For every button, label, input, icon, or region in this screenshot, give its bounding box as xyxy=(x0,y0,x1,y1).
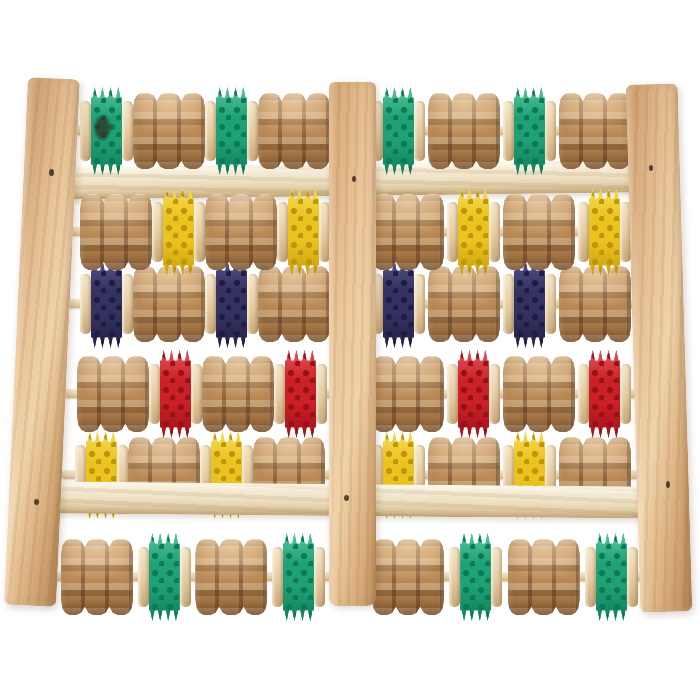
nail-hole xyxy=(352,176,356,182)
washer xyxy=(138,547,149,607)
nail-hole xyxy=(34,499,39,505)
washer xyxy=(627,547,638,607)
washer xyxy=(274,364,285,424)
washer xyxy=(277,202,288,262)
green-spike-band xyxy=(460,532,491,622)
rod-1-left-half xyxy=(80,83,330,179)
wood-roller[interactable] xyxy=(559,93,631,169)
wood-roller[interactable] xyxy=(202,356,274,432)
washer xyxy=(489,364,500,424)
washer xyxy=(447,202,458,262)
washer xyxy=(578,202,589,262)
spiky-roller-green[interactable] xyxy=(449,532,502,622)
washer xyxy=(122,101,133,161)
washer xyxy=(180,547,191,607)
washer xyxy=(545,101,556,161)
rod-6-right-half xyxy=(372,529,638,625)
wood-roller[interactable] xyxy=(258,93,330,169)
spiky-roller-yellow[interactable] xyxy=(578,187,631,277)
washer xyxy=(449,547,460,607)
wood-roller[interactable] xyxy=(372,356,444,432)
nail-hole xyxy=(666,481,670,488)
washer xyxy=(545,274,556,334)
spiky-roller-green[interactable] xyxy=(205,86,258,176)
washer xyxy=(247,274,258,334)
wood-roller[interactable] xyxy=(205,194,277,270)
spiky-roller-green[interactable] xyxy=(138,532,191,622)
rod-4-right-half xyxy=(372,346,631,442)
washer xyxy=(247,101,258,161)
green-spike-band xyxy=(149,532,180,622)
green-spike-band xyxy=(283,532,314,622)
wood-roller[interactable] xyxy=(133,93,205,169)
spiky-roller-green[interactable] xyxy=(503,86,556,176)
center-divider xyxy=(329,82,376,606)
nail-hole xyxy=(649,165,653,171)
green-spike-band xyxy=(514,86,545,176)
foot-massage-roller-abacus xyxy=(0,0,700,700)
washer xyxy=(578,364,589,424)
washer xyxy=(152,202,163,262)
washer xyxy=(205,101,216,161)
washer xyxy=(316,364,327,424)
spiky-roller-red[interactable] xyxy=(578,349,631,439)
red-spike-band xyxy=(160,349,191,439)
rod-1-right-half xyxy=(372,83,631,179)
spiky-roller-yellow[interactable] xyxy=(152,187,205,277)
washer xyxy=(191,364,202,424)
washer xyxy=(80,274,91,334)
wood-roller[interactable] xyxy=(508,539,580,615)
yellow-spike-band xyxy=(288,187,319,277)
wood-roller[interactable] xyxy=(503,356,575,432)
washer xyxy=(272,547,283,607)
washer xyxy=(503,101,514,161)
nail-hole xyxy=(49,169,54,176)
wood-roller[interactable] xyxy=(195,539,267,615)
rod-6-left-half xyxy=(61,529,325,625)
red-spike-band xyxy=(589,349,620,439)
spiky-roller-yellow[interactable] xyxy=(447,187,500,277)
washer xyxy=(585,547,596,607)
left-rail xyxy=(4,77,80,607)
spiky-roller-red[interactable] xyxy=(447,349,500,439)
spiky-roller-yellow[interactable] xyxy=(277,187,330,277)
green-spike-band xyxy=(383,86,414,176)
nail-hole xyxy=(344,495,349,501)
spiky-roller-green[interactable] xyxy=(372,86,425,176)
wood-roller[interactable] xyxy=(428,93,500,169)
washer xyxy=(414,274,425,334)
yellow-spike-band xyxy=(163,187,194,277)
washer xyxy=(489,202,500,262)
washer xyxy=(122,274,133,334)
rod-2-right-half xyxy=(372,184,631,280)
spiky-roller-red[interactable] xyxy=(274,349,327,439)
wood-grain-mark xyxy=(95,116,110,140)
spiky-roller-green[interactable] xyxy=(585,532,638,622)
washer xyxy=(447,364,458,424)
washer xyxy=(149,364,160,424)
wood-roller[interactable] xyxy=(77,356,149,432)
wood-roller[interactable] xyxy=(372,539,444,615)
wood-roller[interactable] xyxy=(503,194,575,270)
washer xyxy=(620,364,631,424)
washer xyxy=(314,547,325,607)
yellow-spike-band xyxy=(589,187,620,277)
red-spike-band xyxy=(458,349,489,439)
washer xyxy=(491,547,502,607)
washer xyxy=(414,101,425,161)
spiky-roller-red[interactable] xyxy=(149,349,202,439)
washer xyxy=(503,274,514,334)
wood-roller[interactable] xyxy=(372,194,444,270)
green-spike-band xyxy=(216,86,247,176)
washer xyxy=(205,274,216,334)
wood-roller[interactable] xyxy=(80,194,152,270)
wood-roller[interactable] xyxy=(61,539,133,615)
yellow-spike-band xyxy=(458,187,489,277)
rod-4-left-half xyxy=(77,346,327,442)
green-spike-band xyxy=(596,532,627,622)
washer xyxy=(194,202,205,262)
spiky-roller-green[interactable] xyxy=(272,532,325,622)
red-spike-band xyxy=(285,349,316,439)
rod-2-left-half xyxy=(80,184,330,280)
washer xyxy=(80,101,91,161)
